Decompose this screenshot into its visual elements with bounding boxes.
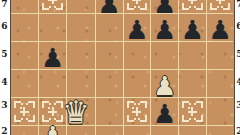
black-pawn-f3[interactable]: ♟ — [153, 101, 176, 127]
square-c6[interactable] — [66, 13, 95, 41]
white-queen-c3[interactable]: ♛ — [62, 97, 90, 128]
white-pawn-b2[interactable]: ♟ — [41, 123, 64, 135]
square-b5[interactable]: ♟ — [38, 41, 66, 69]
square-d5[interactable] — [95, 41, 123, 69]
marker-cross-icon — [132, 107, 141, 116]
square-a4[interactable] — [11, 69, 39, 97]
black-pawn-h6[interactable]: ♟ — [208, 17, 231, 43]
highlight-marker-e7 — [124, 0, 151, 13]
rank-label-right-7: 7 — [235, 0, 240, 9]
square-a6[interactable] — [11, 13, 39, 41]
chess-board: ♟♟♟♟♟♟♟♟♛♟♟ — [11, 0, 234, 135]
square-f6[interactable]: ♟ — [150, 13, 178, 41]
square-h3[interactable] — [206, 97, 234, 125]
square-b7[interactable] — [38, 0, 66, 13]
square-g3[interactable] — [178, 97, 206, 125]
square-g2[interactable] — [178, 125, 206, 135]
rank-label-left-3: 3 — [0, 101, 9, 110]
square-c4[interactable] — [66, 69, 95, 97]
marker-corner-icon — [182, 101, 189, 108]
black-pawn-b5[interactable]: ♟ — [41, 45, 64, 71]
square-h4[interactable] — [206, 69, 234, 97]
rank-label-right-2: 2 — [235, 127, 240, 135]
marker-corner-icon — [14, 115, 21, 122]
square-g5[interactable] — [178, 41, 206, 69]
highlight-marker-e3 — [124, 98, 151, 125]
square-h6[interactable]: ♟ — [206, 13, 234, 41]
rank-label-left-2: 2 — [0, 127, 9, 135]
marker-cross-icon — [188, 0, 197, 4]
marker-corner-icon — [127, 3, 134, 10]
marker-corner-icon — [127, 101, 134, 108]
marker-cross-icon — [132, 0, 141, 4]
rank-label-right-6: 6 — [235, 22, 240, 31]
square-c7[interactable] — [66, 0, 95, 13]
marker-cross-icon — [188, 107, 197, 116]
marker-cross-icon — [20, 107, 29, 116]
square-h7[interactable] — [206, 0, 234, 13]
marker-cross-icon — [216, 0, 225, 4]
square-g6[interactable]: ♟ — [178, 13, 206, 41]
square-c5[interactable] — [66, 41, 95, 69]
square-g4[interactable] — [178, 69, 206, 97]
square-f4[interactable]: ♟ — [150, 69, 178, 97]
square-d4[interactable] — [95, 69, 123, 97]
square-b2[interactable]: ♟ — [38, 125, 66, 135]
square-e2[interactable] — [123, 125, 151, 135]
square-e3[interactable] — [123, 97, 151, 125]
square-c2[interactable] — [66, 125, 95, 135]
square-h2[interactable] — [206, 125, 234, 135]
rank-label-right-5: 5 — [235, 50, 240, 59]
square-d3[interactable] — [95, 97, 123, 125]
marker-corner-icon — [196, 3, 203, 10]
marker-corner-icon — [140, 115, 147, 122]
square-f2[interactable] — [150, 125, 178, 135]
board-right-border — [234, 0, 236, 135]
black-pawn-g6[interactable]: ♟ — [181, 17, 204, 43]
white-pawn-f4[interactable]: ♟ — [153, 73, 176, 99]
square-c3[interactable]: ♛ — [66, 97, 95, 125]
chess-diagram: { "game": "chess", "position": { "fen": … — [0, 0, 240, 135]
marker-corner-icon — [140, 3, 147, 10]
square-d6[interactable] — [95, 13, 123, 41]
square-h5[interactable] — [206, 41, 234, 69]
marker-corner-icon — [223, 3, 230, 10]
square-e5[interactable] — [123, 41, 151, 69]
marker-corner-icon — [182, 3, 189, 10]
highlight-marker-h7 — [207, 0, 234, 13]
highlight-marker-g7 — [179, 0, 206, 13]
square-f5[interactable] — [150, 41, 178, 69]
rank-label-right-3: 3 — [235, 101, 240, 110]
square-d2[interactable] — [95, 125, 123, 135]
highlight-marker-b7 — [39, 0, 66, 13]
rank-label-right-4: 4 — [235, 78, 240, 87]
square-f7[interactable]: ♟ — [150, 0, 178, 13]
square-a5[interactable] — [11, 41, 39, 69]
marker-corner-icon — [196, 101, 203, 108]
marker-corner-icon — [127, 115, 134, 122]
square-e4[interactable] — [123, 69, 151, 97]
square-d7[interactable]: ♟ — [95, 0, 123, 13]
square-b4[interactable] — [38, 69, 66, 97]
marker-corner-icon — [42, 101, 49, 108]
black-pawn-f6[interactable]: ♟ — [153, 17, 176, 43]
rank-label-left-6: 6 — [0, 22, 9, 31]
marker-corner-icon — [28, 101, 35, 108]
black-pawn-e6[interactable]: ♟ — [125, 17, 148, 43]
highlight-marker-a3 — [11, 98, 39, 125]
rank-label-left-7: 7 — [0, 0, 9, 9]
square-b6[interactable] — [38, 13, 66, 41]
square-a7[interactable] — [11, 0, 39, 13]
marker-corner-icon — [196, 115, 203, 122]
marker-cross-icon — [48, 0, 57, 4]
marker-cross-icon — [48, 107, 57, 116]
square-a2[interactable] — [11, 125, 39, 135]
marker-corner-icon — [210, 3, 217, 10]
square-a3[interactable] — [11, 97, 39, 125]
rank-label-left-4: 4 — [0, 78, 9, 87]
marker-corner-icon — [14, 101, 21, 108]
square-g7[interactable] — [178, 0, 206, 13]
highlight-marker-g3 — [179, 98, 206, 125]
square-e7[interactable] — [123, 0, 151, 13]
marker-corner-icon — [28, 115, 35, 122]
rank-label-left-5: 5 — [0, 50, 9, 59]
marker-corner-icon — [42, 3, 49, 10]
square-f3[interactable]: ♟ — [150, 97, 178, 125]
marker-corner-icon — [56, 3, 63, 10]
marker-corner-icon — [182, 115, 189, 122]
square-e6[interactable]: ♟ — [123, 13, 151, 41]
marker-corner-icon — [140, 101, 147, 108]
board-left-border — [10, 0, 12, 135]
